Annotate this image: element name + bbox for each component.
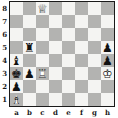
square-d4[interactable] <box>49 54 62 67</box>
square-a7[interactable] <box>10 15 23 28</box>
square-d2[interactable] <box>49 80 62 93</box>
square-b6[interactable] <box>23 28 36 41</box>
square-b2[interactable] <box>23 80 36 93</box>
square-b1[interactable] <box>23 93 36 106</box>
square-c2[interactable] <box>36 80 49 93</box>
square-d3[interactable] <box>49 67 62 80</box>
square-f7[interactable] <box>75 15 88 28</box>
piece-black-pawn[interactable]: ♟ <box>10 80 23 93</box>
square-a5[interactable] <box>10 41 23 54</box>
square-f1[interactable] <box>75 93 88 106</box>
square-e6[interactable] <box>62 28 75 41</box>
piece-white-bishop[interactable]: ♝♗ <box>10 93 23 106</box>
square-c3[interactable]: ♜♖ <box>36 67 49 80</box>
rank-label-1: 1 <box>0 93 8 106</box>
chess-board: ♛♕♜♟♝♟♚♟♜♖♚♔♟♝♗ <box>9 1 115 107</box>
square-g8[interactable] <box>88 2 101 15</box>
square-h4[interactable]: ♟ <box>101 54 114 67</box>
piece-white-rook[interactable]: ♜♖ <box>36 67 49 80</box>
square-c8[interactable]: ♛♕ <box>36 2 49 15</box>
file-label-f: f <box>75 108 88 117</box>
square-c5[interactable] <box>36 41 49 54</box>
square-b4[interactable] <box>23 54 36 67</box>
square-e1[interactable] <box>62 93 75 106</box>
square-a2[interactable]: ♟ <box>10 80 23 93</box>
file-label-a: a <box>10 108 23 117</box>
square-e5[interactable] <box>62 41 75 54</box>
piece-white-queen[interactable]: ♛♕ <box>36 2 49 15</box>
file-label-e: e <box>62 108 75 117</box>
square-c7[interactable] <box>36 15 49 28</box>
square-c6[interactable] <box>36 28 49 41</box>
square-h2[interactable] <box>101 80 114 93</box>
square-a4[interactable]: ♝ <box>10 54 23 67</box>
file-label-c: c <box>36 108 49 117</box>
square-f6[interactable] <box>75 28 88 41</box>
square-h6[interactable] <box>101 28 114 41</box>
square-f8[interactable] <box>75 2 88 15</box>
square-g3[interactable] <box>88 67 101 80</box>
chess-diagram: 87654321 ♛♕♜♟♝♟♚♟♜♖♚♔♟♝♗ abcdefgh <box>0 0 118 118</box>
rank-label-8: 8 <box>0 2 8 15</box>
file-labels: abcdefgh <box>9 107 115 118</box>
rank-label-3: 3 <box>0 67 8 80</box>
square-c4[interactable] <box>36 54 49 67</box>
piece-black-pawn[interactable]: ♟ <box>101 41 114 54</box>
square-e7[interactable] <box>62 15 75 28</box>
rank-labels: 87654321 <box>0 1 9 107</box>
square-d8[interactable] <box>49 2 62 15</box>
square-h3[interactable]: ♚♔ <box>101 67 114 80</box>
square-a6[interactable] <box>10 28 23 41</box>
square-h1[interactable] <box>101 93 114 106</box>
square-a1[interactable]: ♝♗ <box>10 93 23 106</box>
square-h5[interactable]: ♟ <box>101 41 114 54</box>
square-f2[interactable] <box>75 80 88 93</box>
piece-white-king[interactable]: ♚♔ <box>101 67 114 80</box>
rank-label-6: 6 <box>0 28 8 41</box>
square-f5[interactable] <box>75 41 88 54</box>
square-e2[interactable] <box>62 80 75 93</box>
square-h7[interactable] <box>101 15 114 28</box>
square-b7[interactable] <box>23 15 36 28</box>
square-g1[interactable] <box>88 93 101 106</box>
square-g6[interactable] <box>88 28 101 41</box>
square-g4[interactable] <box>88 54 101 67</box>
piece-black-pawn[interactable]: ♟ <box>23 67 36 80</box>
square-g7[interactable] <box>88 15 101 28</box>
square-b3[interactable]: ♟ <box>23 67 36 80</box>
rank-label-5: 5 <box>0 41 8 54</box>
file-label-d: d <box>49 108 62 117</box>
square-d1[interactable] <box>49 93 62 106</box>
square-e3[interactable] <box>62 67 75 80</box>
piece-black-rook[interactable]: ♜ <box>23 41 36 54</box>
piece-black-bishop[interactable]: ♝ <box>10 54 23 67</box>
file-label-g: g <box>88 108 101 117</box>
piece-black-king[interactable]: ♚ <box>10 67 23 80</box>
square-f3[interactable] <box>75 67 88 80</box>
piece-black-pawn[interactable]: ♟ <box>101 54 114 67</box>
square-a8[interactable] <box>10 2 23 15</box>
square-d5[interactable] <box>49 41 62 54</box>
square-g2[interactable] <box>88 80 101 93</box>
square-b5[interactable]: ♜ <box>23 41 36 54</box>
square-d6[interactable] <box>49 28 62 41</box>
board-layout: 87654321 ♛♕♜♟♝♟♚♟♜♖♚♔♟♝♗ abcdefgh <box>0 0 118 118</box>
file-label-h: h <box>101 108 114 117</box>
rank-label-4: 4 <box>0 54 8 67</box>
file-label-b: b <box>23 108 36 117</box>
rank-label-7: 7 <box>0 15 8 28</box>
square-g5[interactable] <box>88 41 101 54</box>
square-e8[interactable] <box>62 2 75 15</box>
square-e4[interactable] <box>62 54 75 67</box>
square-b8[interactable] <box>23 2 36 15</box>
square-h8[interactable] <box>101 2 114 15</box>
square-c1[interactable] <box>36 93 49 106</box>
square-a3[interactable]: ♚ <box>10 67 23 80</box>
rank-label-2: 2 <box>0 80 8 93</box>
square-f4[interactable] <box>75 54 88 67</box>
square-d7[interactable] <box>49 15 62 28</box>
